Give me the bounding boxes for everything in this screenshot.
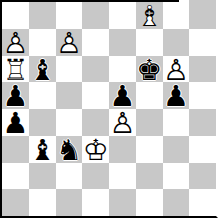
square-g4[interactable] <box>163 109 190 136</box>
square-d2[interactable] <box>82 163 109 190</box>
square-b6[interactable]: ♝ <box>29 56 56 83</box>
square-c2[interactable] <box>56 163 83 190</box>
square-d3[interactable]: ♚♔ <box>82 136 109 163</box>
square-g2[interactable] <box>163 163 190 190</box>
square-e7[interactable] <box>109 29 136 56</box>
black-king-f6-icon: ♚ <box>136 56 163 83</box>
square-b7[interactable] <box>29 29 56 56</box>
square-e8[interactable] <box>109 2 136 29</box>
square-h2[interactable] <box>189 163 216 190</box>
board-grid: ♝♗♟♙♟♙♜♖♝♚♟♙♟♟♟♟♟♙♝♞♚♔ <box>0 0 218 218</box>
white-pawn-a7-icon: ♟♙ <box>2 29 29 56</box>
square-d5[interactable] <box>82 82 109 109</box>
square-b5[interactable] <box>29 82 56 109</box>
black-knight-c3-icon: ♞ <box>56 136 83 163</box>
square-a3[interactable] <box>2 136 29 163</box>
white-pawn-g6-icon: ♟♙ <box>163 56 190 83</box>
white-bishop-f8-icon: ♝♗ <box>136 2 163 29</box>
black-pawn-e5-icon: ♟ <box>109 82 136 109</box>
square-b8[interactable] <box>29 2 56 29</box>
square-f1[interactable] <box>136 189 163 216</box>
square-c3[interactable]: ♞ <box>56 136 83 163</box>
square-d7[interactable] <box>82 29 109 56</box>
square-f8[interactable]: ♝♗ <box>136 2 163 29</box>
square-b2[interactable] <box>29 163 56 190</box>
square-a1[interactable] <box>2 189 29 216</box>
square-g8[interactable] <box>163 2 190 29</box>
black-bishop-b6-icon: ♝ <box>29 56 56 83</box>
square-a2[interactable] <box>2 163 29 190</box>
black-pawn-g5-icon: ♟ <box>163 82 190 109</box>
square-d4[interactable] <box>82 109 109 136</box>
white-pawn-e4-icon: ♟♙ <box>109 109 136 136</box>
square-c4[interactable] <box>56 109 83 136</box>
square-e1[interactable] <box>109 189 136 216</box>
square-g3[interactable] <box>163 136 190 163</box>
square-e4[interactable]: ♟♙ <box>109 109 136 136</box>
white-pawn-c7-icon: ♟♙ <box>56 29 83 56</box>
square-e2[interactable] <box>109 163 136 190</box>
top-border-gap-gray <box>189 0 216 2</box>
square-g6[interactable]: ♟♙ <box>163 56 190 83</box>
square-f7[interactable] <box>136 29 163 56</box>
square-c8[interactable] <box>56 2 83 29</box>
square-h7[interactable] <box>189 29 216 56</box>
square-a8[interactable] <box>2 2 29 29</box>
square-h5[interactable] <box>189 82 216 109</box>
black-pawn-a5-icon: ♟ <box>2 82 29 109</box>
black-bishop-b3-icon: ♝ <box>29 136 56 163</box>
square-h4[interactable] <box>189 109 216 136</box>
square-c6[interactable] <box>56 56 83 83</box>
square-c5[interactable] <box>56 82 83 109</box>
square-h1[interactable] <box>189 189 216 216</box>
square-f5[interactable] <box>136 82 163 109</box>
square-g1[interactable] <box>163 189 190 216</box>
square-f4[interactable] <box>136 109 163 136</box>
square-d1[interactable] <box>82 189 109 216</box>
square-e5[interactable]: ♟ <box>109 82 136 109</box>
square-g5[interactable]: ♟ <box>163 82 190 109</box>
square-a4[interactable]: ♟ <box>2 109 29 136</box>
square-c7[interactable]: ♟♙ <box>56 29 83 56</box>
square-f3[interactable] <box>136 136 163 163</box>
white-rook-a6-icon: ♜♖ <box>2 56 29 83</box>
square-e6[interactable] <box>109 56 136 83</box>
square-e3[interactable] <box>109 136 136 163</box>
square-b3[interactable]: ♝ <box>29 136 56 163</box>
square-f6[interactable]: ♚ <box>136 56 163 83</box>
square-h8[interactable] <box>189 2 216 29</box>
square-a5[interactable]: ♟ <box>2 82 29 109</box>
square-h6[interactable] <box>189 56 216 83</box>
square-h3[interactable] <box>189 136 216 163</box>
black-pawn-a4-icon: ♟ <box>2 109 29 136</box>
square-b1[interactable] <box>29 189 56 216</box>
square-d8[interactable] <box>82 2 109 29</box>
square-g7[interactable] <box>163 29 190 56</box>
square-a7[interactable]: ♟♙ <box>2 29 29 56</box>
square-b4[interactable] <box>29 109 56 136</box>
square-d6[interactable] <box>82 56 109 83</box>
white-king-d3-icon: ♚♔ <box>82 136 109 163</box>
square-a6[interactable]: ♜♖ <box>2 56 29 83</box>
square-c1[interactable] <box>56 189 83 216</box>
chess-board: ♝♗♟♙♟♙♜♖♝♚♟♙♟♟♟♟♟♙♝♞♚♔ <box>0 0 218 218</box>
square-f2[interactable] <box>136 163 163 190</box>
